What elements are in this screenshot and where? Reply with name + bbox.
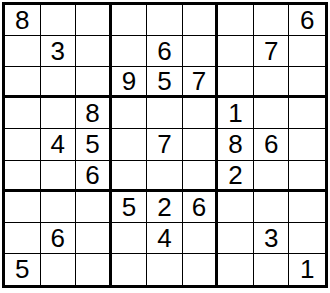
cell-r8c8[interactable]: 3 — [254, 223, 290, 254]
cell-r4c4[interactable] — [112, 98, 148, 129]
given-digit: 6 — [157, 38, 171, 64]
cell-r5c7[interactable]: 8 — [218, 129, 254, 160]
cell-r4c6[interactable] — [183, 98, 219, 129]
cell-r9c9[interactable]: 1 — [289, 254, 325, 285]
cell-r8c3[interactable] — [76, 223, 112, 254]
cell-r6c5[interactable] — [147, 161, 183, 192]
cell-r9c6[interactable] — [183, 254, 219, 285]
cell-r3c8[interactable] — [254, 67, 290, 98]
cell-r6c7[interactable]: 2 — [218, 161, 254, 192]
cell-r7c9[interactable] — [289, 192, 325, 223]
cell-r5c3[interactable]: 5 — [76, 129, 112, 160]
cell-r6c2[interactable] — [41, 161, 77, 192]
cell-r1c2[interactable] — [41, 5, 77, 36]
cell-r3c9[interactable] — [289, 67, 325, 98]
cell-r3c3[interactable] — [76, 67, 112, 98]
cell-r9c7[interactable] — [218, 254, 254, 285]
cell-r2c8[interactable]: 7 — [254, 36, 290, 67]
given-digit: 6 — [300, 7, 314, 33]
cell-r9c5[interactable] — [147, 254, 183, 285]
cell-r4c3[interactable]: 8 — [76, 98, 112, 129]
given-digit: 7 — [192, 68, 206, 94]
cell-r7c8[interactable] — [254, 192, 290, 223]
cell-r5c5[interactable]: 7 — [147, 129, 183, 160]
cell-r8c4[interactable] — [112, 223, 148, 254]
cell-r9c2[interactable] — [41, 254, 77, 285]
cell-r7c1[interactable] — [5, 192, 41, 223]
cell-r2c9[interactable] — [289, 36, 325, 67]
cell-r1c8[interactable] — [254, 5, 290, 36]
given-digit: 1 — [228, 100, 242, 126]
cell-r9c4[interactable] — [112, 254, 148, 285]
cell-r8c6[interactable] — [183, 223, 219, 254]
cell-r4c5[interactable] — [147, 98, 183, 129]
cell-r3c5[interactable]: 5 — [147, 67, 183, 98]
cell-r4c8[interactable] — [254, 98, 290, 129]
cell-r4c1[interactable] — [5, 98, 41, 129]
cell-r1c5[interactable] — [147, 5, 183, 36]
cell-r6c9[interactable] — [289, 161, 325, 192]
cell-r8c5[interactable]: 4 — [147, 223, 183, 254]
given-digit: 6 — [85, 162, 99, 188]
cell-r7c6[interactable]: 6 — [183, 192, 219, 223]
cell-r5c1[interactable] — [5, 129, 41, 160]
cell-r4c7[interactable]: 1 — [218, 98, 254, 129]
given-digit: 5 — [157, 68, 171, 94]
cell-r1c3[interactable] — [76, 5, 112, 36]
given-digit: 5 — [122, 194, 136, 220]
cell-r4c9[interactable] — [289, 98, 325, 129]
cell-r2c3[interactable] — [76, 36, 112, 67]
cell-r8c2[interactable]: 6 — [41, 223, 77, 254]
cell-r5c6[interactable] — [183, 129, 219, 160]
given-digit: 4 — [157, 225, 171, 251]
cell-r8c1[interactable] — [5, 223, 41, 254]
cell-r3c7[interactable] — [218, 67, 254, 98]
cell-r6c1[interactable] — [5, 161, 41, 192]
cell-r6c6[interactable] — [183, 161, 219, 192]
given-digit: 5 — [85, 131, 99, 157]
cell-r4c2[interactable] — [41, 98, 77, 129]
given-digit: 6 — [51, 225, 65, 251]
given-digit: 3 — [264, 225, 278, 251]
cell-r2c5[interactable]: 6 — [147, 36, 183, 67]
cell-r2c6[interactable] — [183, 36, 219, 67]
cell-r1c7[interactable] — [218, 5, 254, 36]
cell-r6c3[interactable]: 6 — [76, 161, 112, 192]
cell-r7c3[interactable] — [76, 192, 112, 223]
given-digit: 9 — [122, 68, 136, 94]
given-digit: 7 — [157, 131, 171, 157]
given-digit: 2 — [157, 194, 171, 220]
cell-r8c7[interactable] — [218, 223, 254, 254]
cell-r2c7[interactable] — [218, 36, 254, 67]
cell-r6c8[interactable] — [254, 161, 290, 192]
cell-r5c8[interactable]: 6 — [254, 129, 290, 160]
cell-r3c1[interactable] — [5, 67, 41, 98]
cell-r2c1[interactable] — [5, 36, 41, 67]
given-digit: 1 — [300, 256, 314, 282]
cell-r6c4[interactable] — [112, 161, 148, 192]
given-digit: 8 — [228, 131, 242, 157]
cell-r8c9[interactable] — [289, 223, 325, 254]
given-digit: 8 — [15, 7, 29, 33]
cell-r5c4[interactable] — [112, 129, 148, 160]
given-digit: 8 — [85, 100, 99, 126]
given-digit: 6 — [264, 131, 278, 157]
given-digit: 2 — [228, 162, 242, 188]
given-digit: 6 — [192, 194, 206, 220]
given-digit: 7 — [264, 38, 278, 64]
cell-r3c2[interactable] — [41, 67, 77, 98]
cell-r1c4[interactable] — [112, 5, 148, 36]
cell-r2c2[interactable]: 3 — [41, 36, 77, 67]
cell-r3c6[interactable]: 7 — [183, 67, 219, 98]
cell-r9c3[interactable] — [76, 254, 112, 285]
given-digit: 3 — [51, 38, 65, 64]
cell-r9c1[interactable]: 5 — [5, 254, 41, 285]
cell-r2c4[interactable] — [112, 36, 148, 67]
given-digit: 4 — [51, 131, 65, 157]
cell-r3c4[interactable]: 9 — [112, 67, 148, 98]
cell-r7c7[interactable] — [218, 192, 254, 223]
cell-r7c5[interactable]: 2 — [147, 192, 183, 223]
given-digit: 5 — [15, 256, 29, 282]
cell-r5c2[interactable]: 4 — [41, 129, 77, 160]
cell-r9c8[interactable] — [254, 254, 290, 285]
cell-r1c6[interactable] — [183, 5, 219, 36]
sudoku-board: 8636795781457866252664351 — [2, 2, 328, 288]
cell-r7c2[interactable] — [41, 192, 77, 223]
cell-r5c9[interactable] — [289, 129, 325, 160]
cell-r1c9[interactable]: 6 — [289, 5, 325, 36]
cell-r1c1[interactable]: 8 — [5, 5, 41, 36]
cell-r7c4[interactable]: 5 — [112, 192, 148, 223]
